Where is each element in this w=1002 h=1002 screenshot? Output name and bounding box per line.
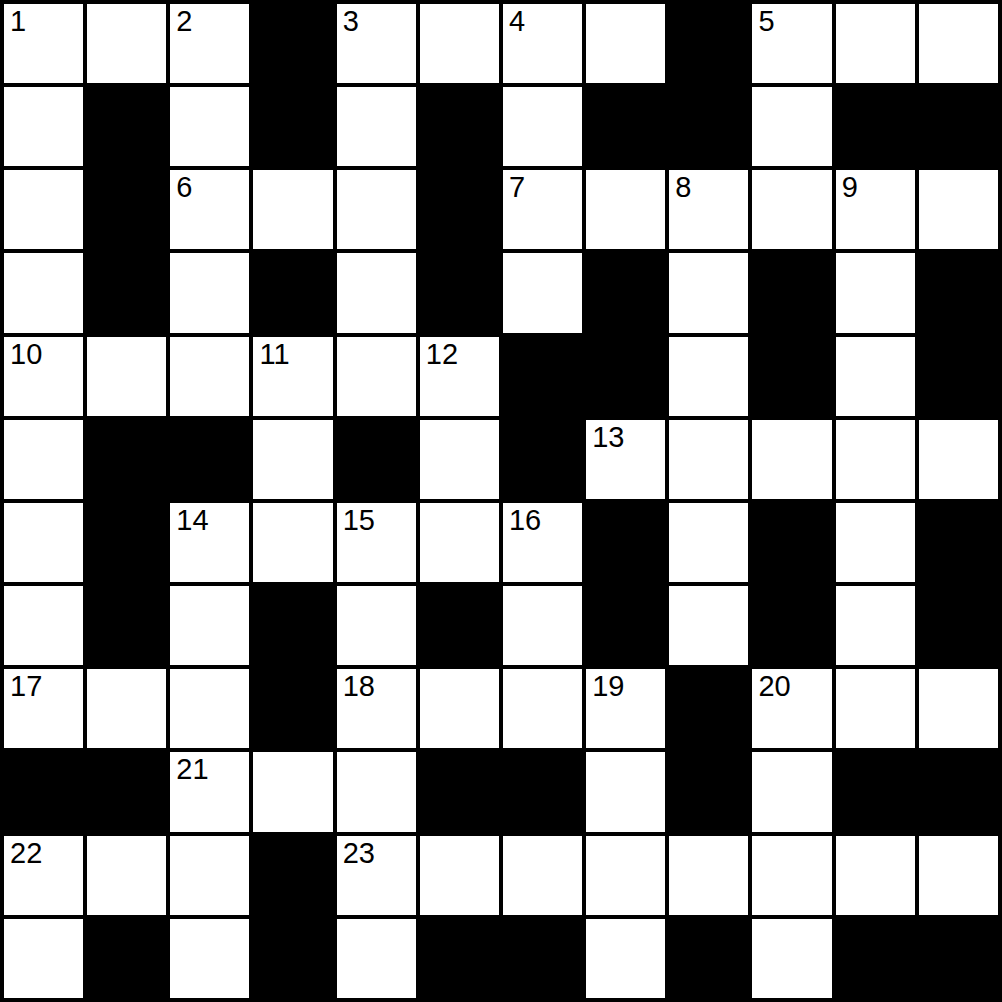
cell-r1-c4[interactable]: [337, 87, 416, 166]
cell-r10-c0[interactable]: 22: [4, 836, 83, 915]
cell-r4-c1[interactable]: [87, 337, 166, 416]
block-r9-c1: [87, 752, 166, 831]
block-r1-c11: [919, 87, 998, 166]
clue-number-14: 14: [176, 505, 208, 537]
cell-r0-c2[interactable]: 2: [170, 4, 249, 83]
block-r9-c6: [503, 752, 582, 831]
cell-r2-c10[interactable]: 9: [836, 170, 915, 249]
block-r0-c3: [253, 4, 332, 83]
cell-r11-c4[interactable]: [337, 919, 416, 998]
cell-r10-c11[interactable]: [919, 836, 998, 915]
cell-r1-c2[interactable]: [170, 87, 249, 166]
cell-r0-c9[interactable]: 5: [752, 4, 831, 83]
cell-r6-c2[interactable]: 14: [170, 503, 249, 582]
block-r3-c5: [420, 253, 499, 332]
clue-number-15: 15: [343, 505, 375, 537]
clue-number-19: 19: [592, 671, 624, 703]
block-r3-c3: [253, 253, 332, 332]
cell-r7-c0[interactable]: [4, 586, 83, 665]
block-r4-c9: [752, 337, 831, 416]
cell-r10-c4[interactable]: 23: [337, 836, 416, 915]
block-r1-c1: [87, 87, 166, 166]
cell-r11-c0[interactable]: [4, 919, 83, 998]
block-r6-c11: [919, 503, 998, 582]
block-r9-c5: [420, 752, 499, 831]
block-r7-c1: [87, 586, 166, 665]
cell-r2-c11[interactable]: [919, 170, 998, 249]
block-r11-c3: [253, 919, 332, 998]
block-r6-c7: [586, 503, 665, 582]
clue-number-4: 4: [509, 6, 525, 38]
cell-r8-c9[interactable]: 20: [752, 669, 831, 748]
block-r11-c10: [836, 919, 915, 998]
block-r9-c8: [669, 752, 748, 831]
cell-r6-c10[interactable]: [836, 503, 915, 582]
cell-r5-c8[interactable]: [669, 420, 748, 499]
cell-r0-c5[interactable]: [420, 4, 499, 83]
cell-r0-c1[interactable]: [87, 4, 166, 83]
clue-number-8: 8: [675, 172, 691, 204]
block-r6-c1: [87, 503, 166, 582]
block-r11-c11: [919, 919, 998, 998]
cell-r3-c0[interactable]: [4, 253, 83, 332]
cell-r0-c0[interactable]: 1: [4, 4, 83, 83]
cell-r3-c6[interactable]: [503, 253, 582, 332]
cell-r0-c6[interactable]: 4: [503, 4, 582, 83]
cell-r6-c4[interactable]: 15: [337, 503, 416, 582]
cell-r10-c6[interactable]: [503, 836, 582, 915]
crossword-board: 1234567891011121314151617181920212223: [0, 0, 1002, 1002]
clue-number-2: 2: [176, 6, 192, 38]
cell-r2-c4[interactable]: [337, 170, 416, 249]
block-r11-c5: [420, 919, 499, 998]
cell-r8-c11[interactable]: [919, 669, 998, 748]
block-r8-c3: [253, 669, 332, 748]
clue-number-21: 21: [176, 754, 208, 786]
cell-r6-c5[interactable]: [420, 503, 499, 582]
cell-r6-c3[interactable]: [253, 503, 332, 582]
cell-r3-c10[interactable]: [836, 253, 915, 332]
cell-r5-c0[interactable]: [4, 420, 83, 499]
cell-r9-c9[interactable]: [752, 752, 831, 831]
cell-r4-c3[interactable]: 11: [253, 337, 332, 416]
block-r9-c11: [919, 752, 998, 831]
cell-r10-c10[interactable]: [836, 836, 915, 915]
cell-r7-c10[interactable]: [836, 586, 915, 665]
clue-number-3: 3: [343, 6, 359, 38]
cell-r4-c8[interactable]: [669, 337, 748, 416]
block-r5-c2: [170, 420, 249, 499]
block-r4-c11: [919, 337, 998, 416]
clue-number-17: 17: [10, 671, 42, 703]
clue-number-16: 16: [509, 505, 541, 537]
clue-number-13: 13: [592, 422, 624, 454]
block-r1-c10: [836, 87, 915, 166]
cell-r5-c5[interactable]: [420, 420, 499, 499]
block-r7-c9: [752, 586, 831, 665]
block-r7-c11: [919, 586, 998, 665]
clue-number-9: 9: [842, 172, 858, 204]
block-r9-c0: [4, 752, 83, 831]
cell-r4-c2[interactable]: [170, 337, 249, 416]
cell-r10-c2[interactable]: [170, 836, 249, 915]
clue-number-11: 11: [259, 339, 289, 371]
cell-r8-c2[interactable]: [170, 669, 249, 748]
clue-number-6: 6: [176, 172, 192, 204]
cell-r2-c6[interactable]: 7: [503, 170, 582, 249]
block-r3-c9: [752, 253, 831, 332]
block-r3-c1: [87, 253, 166, 332]
cell-r9-c3[interactable]: [253, 752, 332, 831]
cell-r0-c11[interactable]: [919, 4, 998, 83]
clue-number-5: 5: [758, 6, 774, 38]
block-r6-c9: [752, 503, 831, 582]
cell-r8-c5[interactable]: [420, 669, 499, 748]
block-r2-c5: [420, 170, 499, 249]
cell-r4-c4[interactable]: [337, 337, 416, 416]
block-r10-c3: [253, 836, 332, 915]
cell-r5-c7[interactable]: 13: [586, 420, 665, 499]
cell-r9-c2[interactable]: 21: [170, 752, 249, 831]
block-r1-c8: [669, 87, 748, 166]
cell-r8-c4[interactable]: 18: [337, 669, 416, 748]
block-r11-c8: [669, 919, 748, 998]
cell-r6-c0[interactable]: [4, 503, 83, 582]
block-r2-c1: [87, 170, 166, 249]
block-r7-c3: [253, 586, 332, 665]
block-r1-c5: [420, 87, 499, 166]
clue-number-23: 23: [343, 838, 375, 870]
block-r1-c7: [586, 87, 665, 166]
cell-r10-c7[interactable]: [586, 836, 665, 915]
cell-r3-c8[interactable]: [669, 253, 748, 332]
cell-r2-c2[interactable]: 6: [170, 170, 249, 249]
block-r5-c6: [503, 420, 582, 499]
clue-number-22: 22: [10, 838, 42, 870]
clue-number-18: 18: [343, 671, 375, 703]
cell-r8-c6[interactable]: [503, 669, 582, 748]
cell-r10-c5[interactable]: [420, 836, 499, 915]
cell-r2-c7[interactable]: [586, 170, 665, 249]
cell-r6-c8[interactable]: [669, 503, 748, 582]
clue-number-1: 1: [10, 6, 26, 38]
block-r9-c10: [836, 752, 915, 831]
block-r7-c5: [420, 586, 499, 665]
cell-r1-c0[interactable]: [4, 87, 83, 166]
cell-r11-c7[interactable]: [586, 919, 665, 998]
block-r7-c7: [586, 586, 665, 665]
cell-r6-c6[interactable]: 16: [503, 503, 582, 582]
clue-number-10: 10: [10, 339, 42, 371]
block-r3-c11: [919, 253, 998, 332]
cell-r4-c0[interactable]: 10: [4, 337, 83, 416]
block-r3-c7: [586, 253, 665, 332]
block-r8-c8: [669, 669, 748, 748]
block-r0-c8: [669, 4, 748, 83]
cell-r10-c9[interactable]: [752, 836, 831, 915]
block-r1-c3: [253, 87, 332, 166]
cell-r8-c10[interactable]: [836, 669, 915, 748]
cell-r3-c2[interactable]: [170, 253, 249, 332]
cell-r0-c10[interactable]: [836, 4, 915, 83]
block-r11-c6: [503, 919, 582, 998]
cell-r2-c0[interactable]: [4, 170, 83, 249]
cell-r10-c8[interactable]: [669, 836, 748, 915]
cell-r5-c9[interactable]: [752, 420, 831, 499]
cell-r3-c4[interactable]: [337, 253, 416, 332]
cell-r4-c10[interactable]: [836, 337, 915, 416]
cell-r8-c1[interactable]: [87, 669, 166, 748]
cell-r5-c10[interactable]: [836, 420, 915, 499]
cell-r10-c1[interactable]: [87, 836, 166, 915]
cell-r5-c3[interactable]: [253, 420, 332, 499]
clue-number-20: 20: [758, 671, 790, 703]
cell-r9-c4[interactable]: [337, 752, 416, 831]
block-r5-c1: [87, 420, 166, 499]
cell-r0-c4[interactable]: 3: [337, 4, 416, 83]
clue-number-7: 7: [509, 172, 525, 204]
cell-r7-c4[interactable]: [337, 586, 416, 665]
cell-r11-c9[interactable]: [752, 919, 831, 998]
cell-r5-c11[interactable]: [919, 420, 998, 499]
cell-r2-c3[interactable]: [253, 170, 332, 249]
cell-r11-c2[interactable]: [170, 919, 249, 998]
cell-r8-c0[interactable]: 17: [4, 669, 83, 748]
block-r11-c1: [87, 919, 166, 998]
clue-number-12: 12: [426, 339, 458, 371]
cell-r7-c2[interactable]: [170, 586, 249, 665]
cell-r0-c7[interactable]: [586, 4, 665, 83]
cell-r1-c6[interactable]: [503, 87, 582, 166]
cell-r1-c9[interactable]: [752, 87, 831, 166]
cell-r7-c8[interactable]: [669, 586, 748, 665]
block-r4-c6: [503, 337, 582, 416]
block-r4-c7: [586, 337, 665, 416]
cell-r4-c5[interactable]: 12: [420, 337, 499, 416]
block-r5-c4: [337, 420, 416, 499]
cell-r8-c7[interactable]: 19: [586, 669, 665, 748]
cell-r9-c7[interactable]: [586, 752, 665, 831]
cell-r7-c6[interactable]: [503, 586, 582, 665]
cell-r2-c8[interactable]: 8: [669, 170, 748, 249]
cell-r2-c9[interactable]: [752, 170, 831, 249]
